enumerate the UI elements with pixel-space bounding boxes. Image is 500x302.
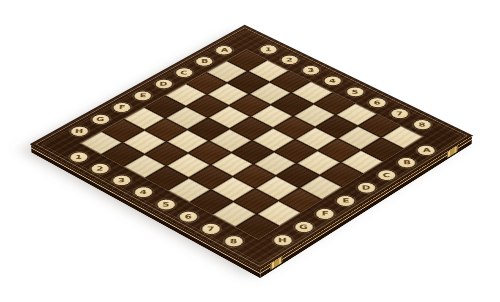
square-c7[interactable]: [318, 139, 360, 162]
board-scene: 1234567812345678ABCDEFGHABCDEFGH: [0, 0, 500, 302]
chessboard: 1234567812345678ABCDEFGHABCDEFGH: [31, 25, 472, 269]
square-e7[interactable]: [277, 164, 319, 188]
square-g5[interactable]: [189, 165, 231, 189]
square-g7[interactable]: [234, 189, 277, 213]
square-f6[interactable]: [233, 164, 275, 188]
square-g3[interactable]: [145, 142, 187, 165]
square-f7[interactable]: [256, 176, 299, 200]
product-photo-background: 1234567812345678ABCDEFGHABCDEFGH: [0, 0, 500, 302]
square-g6[interactable]: [212, 177, 255, 201]
